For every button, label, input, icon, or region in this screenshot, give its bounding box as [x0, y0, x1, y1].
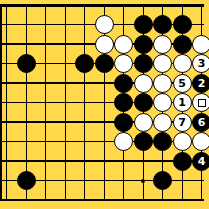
stone-white — [192, 93, 209, 112]
square-marker — [198, 99, 206, 107]
move-number-label: 7 — [178, 117, 186, 128]
stone-white — [192, 35, 209, 54]
move-number-label: 5 — [178, 78, 186, 89]
stone-white — [114, 35, 133, 54]
stone-white — [192, 132, 209, 151]
board-line-v — [6, 4, 7, 201]
stone-black — [114, 74, 133, 93]
crop-edge-strip-left — [0, 4, 2, 201]
star-point — [141, 179, 145, 183]
stone-white: 1 — [173, 93, 192, 112]
stone-white — [173, 132, 192, 151]
stone-black — [95, 54, 114, 73]
stone-black — [153, 171, 172, 190]
board-line-v — [84, 4, 85, 201]
stone-black — [153, 15, 172, 34]
stone-black — [134, 54, 153, 73]
stone-black — [153, 132, 172, 151]
stone-white — [134, 113, 153, 132]
stone-black: 2 — [192, 74, 209, 93]
stone-black — [134, 93, 153, 112]
move-number-label: 2 — [198, 78, 206, 89]
move-number-label: 3 — [198, 58, 206, 69]
stone-black — [173, 15, 192, 34]
board-line-v — [65, 4, 66, 201]
stone-white — [134, 74, 153, 93]
stone-black — [134, 132, 153, 151]
board-line-h — [0, 199, 204, 200]
stone-white — [153, 74, 172, 93]
stone-black — [134, 15, 153, 34]
stone-white — [95, 35, 114, 54]
stone-white — [153, 35, 172, 54]
stone-black: 4 — [192, 152, 209, 171]
move-number-label: 6 — [198, 117, 206, 128]
stone-white — [173, 54, 192, 73]
stone-black — [173, 35, 192, 54]
stone-white: 3 — [192, 54, 209, 73]
stone-black: 6 — [192, 113, 209, 132]
stone-white — [153, 113, 172, 132]
stone-white — [95, 15, 114, 34]
move-number-label: 1 — [178, 97, 186, 108]
stone-black — [134, 35, 153, 54]
go-diagram: 3521764 — [0, 0, 209, 209]
stone-white: 7 — [173, 113, 192, 132]
stone-white: 5 — [173, 74, 192, 93]
stone-white — [114, 54, 133, 73]
stone-black — [114, 113, 133, 132]
stone-black — [17, 171, 36, 190]
stone-white — [114, 132, 133, 151]
stone-black — [173, 152, 192, 171]
board-line-v — [45, 4, 46, 201]
move-number-label: 4 — [198, 156, 206, 167]
stone-white — [153, 93, 172, 112]
board-top-edge-line — [0, 4, 204, 7]
go-board[interactable]: 3521764 — [0, 0, 209, 209]
stone-black — [17, 54, 36, 73]
stone-white — [153, 54, 172, 73]
stone-black — [75, 54, 94, 73]
stone-black — [114, 93, 133, 112]
